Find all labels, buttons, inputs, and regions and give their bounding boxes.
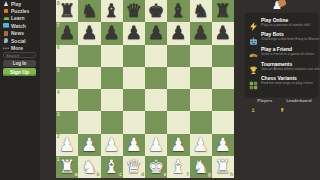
sidebar-item-label: Learn [11, 15, 25, 21]
piece-black-r: ♜ [212, 0, 234, 22]
piece-white-p: ♟ [101, 134, 123, 156]
square-a5[interactable]: 5 [56, 67, 78, 89]
piece-white-p: ♟ [167, 134, 189, 156]
option-subtitle: Play vs a person of similar skill [261, 23, 310, 27]
lightning-icon [249, 17, 258, 26]
square-g8[interactable]: ♞ [190, 0, 212, 22]
square-g7[interactable]: ♟ [190, 22, 212, 44]
square-d3[interactable] [123, 111, 145, 133]
sidebar-item-puzzles[interactable]: Puzzles [0, 7, 40, 14]
rank-label: 3 [57, 112, 60, 117]
square-g2[interactable]: ♟ [190, 134, 212, 156]
piece-white-p: ♟ [78, 134, 100, 156]
square-d1[interactable]: d♛ [123, 156, 145, 178]
sidebar-item-social[interactable]: Social [0, 37, 40, 44]
square-e8[interactable]: ♚ [145, 0, 167, 22]
piece-white-b: ♝ [167, 156, 189, 178]
piece-black-p: ♟ [123, 22, 145, 44]
square-d7[interactable]: ♟ [123, 22, 145, 44]
square-c8[interactable]: ♝ [101, 0, 123, 22]
piece-black-p: ♟ [78, 22, 100, 44]
square-f2[interactable]: ♟ [167, 134, 189, 156]
piece-black-b: ♝ [167, 0, 189, 22]
piece-white-p: ♟ [56, 134, 78, 156]
option-subtitle: Challenge a bot from Easy to Master [261, 37, 319, 41]
sidebar-item-news[interactable]: News [0, 30, 40, 37]
square-h8[interactable]: ♜ [212, 0, 234, 22]
square-c7[interactable]: ♟ [101, 22, 123, 44]
newspaper-icon [4, 31, 9, 36]
square-a6[interactable]: 6 [56, 45, 78, 67]
square-b4[interactable] [78, 89, 100, 111]
piece-white-p: ♟ [123, 134, 145, 156]
square-a8[interactable]: 8♜ [56, 0, 78, 22]
piece-white-b: ♝ [101, 156, 123, 178]
pawn-icon: ♟ [3, 1, 9, 7]
square-f4[interactable] [167, 89, 189, 111]
sidebar-item-more[interactable]: ••• More [0, 44, 40, 51]
square-f5[interactable] [167, 67, 189, 89]
square-a7[interactable]: 7♟ [56, 22, 78, 44]
square-b2[interactable]: ♟ [78, 134, 100, 156]
sidebar-item-label: Puzzles [11, 8, 29, 14]
play-options-panel: Play Online Play vs a person of similar … [245, 13, 318, 96]
puzzle-icon [4, 9, 9, 14]
search-input[interactable] [3, 52, 36, 58]
square-a3[interactable]: 3 [56, 111, 78, 133]
piece-black-p: ♟ [101, 22, 123, 44]
square-h5[interactable] [212, 67, 234, 89]
square-c6[interactable] [101, 45, 123, 67]
square-e7[interactable]: ♟ [145, 22, 167, 44]
person-icon [251, 98, 256, 103]
sidebar-item-label: News [11, 30, 24, 36]
square-f8[interactable]: ♝ [167, 0, 189, 22]
piece-black-p: ♟ [145, 22, 167, 44]
square-h1[interactable]: h♜ [212, 156, 234, 178]
sidebar-item-label: Watch [11, 23, 26, 29]
square-e1[interactable]: e♚ [145, 156, 167, 178]
piece-white-q: ♛ [123, 156, 145, 178]
piece-black-b: ♝ [101, 0, 123, 22]
sidebar-item-watch[interactable]: Watch [0, 22, 40, 29]
piece-black-n: ♞ [78, 0, 100, 22]
players-link[interactable]: Players [251, 98, 272, 103]
panel-footer-links: Players Leaderboard [245, 98, 318, 103]
leaderboard-link[interactable]: Leaderboard [280, 98, 311, 103]
option-subtitle: Invite a friend to a game of chess [261, 52, 314, 56]
piece-black-p: ♟ [167, 22, 189, 44]
robot-icon [249, 32, 258, 41]
square-a2[interactable]: 2♟ [56, 134, 78, 156]
piece-black-p: ♟ [212, 22, 234, 44]
play-bots-option[interactable]: Play Bots Challenge a bot from Easy to M… [249, 31, 315, 44]
sidebar-item-label: Social [11, 38, 26, 44]
square-h7[interactable]: ♟ [212, 22, 234, 44]
piece-white-n: ♞ [190, 156, 212, 178]
square-h3[interactable] [212, 111, 234, 133]
sidebar-item-label: Play [11, 1, 21, 7]
square-b8[interactable]: ♞ [78, 0, 100, 22]
square-b1[interactable]: b♞ [78, 156, 100, 178]
square-e2[interactable]: ♟ [145, 134, 167, 156]
square-c3[interactable] [101, 111, 123, 133]
rank-label: 4 [57, 90, 60, 95]
square-e3[interactable] [145, 111, 167, 133]
square-d8[interactable]: ♛ [123, 0, 145, 22]
sidebar-item-play[interactable]: ♟ Play [0, 0, 40, 7]
piece-white-k: ♚ [145, 156, 167, 178]
white-pawn-icon: ♟ [272, 0, 282, 12]
piece-white-p: ♟ [145, 134, 167, 156]
handshake-icon [249, 46, 258, 55]
variants-icon [249, 76, 258, 85]
login-button[interactable]: Log In [3, 60, 36, 67]
sidebar: ♟ Play Puzzles Learn Watch News Social •… [0, 0, 40, 180]
sidebar-item-learn[interactable]: Learn [0, 15, 40, 22]
square-a1[interactable]: 1a♜ [56, 156, 78, 178]
rank-label: 6 [57, 45, 60, 50]
square-e6[interactable] [145, 45, 167, 67]
square-a4[interactable]: 4 [56, 89, 78, 111]
ellipsis-icon: ••• [3, 45, 9, 51]
piece-white-r: ♜ [56, 156, 78, 178]
square-c2[interactable]: ♟ [101, 134, 123, 156]
square-f7[interactable]: ♟ [167, 22, 189, 44]
piece-black-r: ♜ [56, 0, 78, 22]
piece-white-p: ♟ [190, 134, 212, 156]
square-c5[interactable] [101, 67, 123, 89]
hand-holding-pawn-illustration: ♟ [268, 0, 292, 13]
option-subtitle: Join an Arena where anyone can win [261, 67, 320, 71]
square-d5[interactable] [123, 67, 145, 89]
sidebar-item-label: More [11, 45, 23, 51]
square-h6[interactable] [212, 45, 234, 67]
square-d2[interactable]: ♟ [123, 134, 145, 156]
piece-black-k: ♚ [145, 0, 167, 22]
square-b7[interactable]: ♟ [78, 22, 100, 44]
piece-white-p: ♟ [212, 134, 234, 156]
square-c4[interactable] [101, 89, 123, 111]
piece-white-n: ♞ [78, 156, 100, 178]
piece-black-n: ♞ [190, 0, 212, 22]
square-f1[interactable]: f♝ [167, 156, 189, 178]
square-b5[interactable] [78, 67, 100, 89]
play-a-friend-option[interactable]: Play a Friend Invite a friend to a game … [249, 46, 315, 59]
chess-board: 8♜♞♝♛♚♝♞♜7♟♟♟♟♟♟♟♟65432♟♟♟♟♟♟♟♟1a♜b♞c♝d♛… [56, 0, 234, 178]
square-g6[interactable] [190, 45, 212, 67]
trophy-icon [280, 98, 285, 103]
square-b6[interactable] [78, 45, 100, 67]
square-g5[interactable] [190, 67, 212, 89]
piece-white-r: ♜ [212, 156, 234, 178]
square-f6[interactable] [167, 45, 189, 67]
chess-variants-option[interactable]: Chess Variants Find fun new ways to play… [249, 75, 315, 88]
option-subtitle: Find fun new ways to play chess [261, 81, 313, 85]
square-g4[interactable] [190, 89, 212, 111]
square-d4[interactable] [123, 89, 145, 111]
square-c1[interactable]: c♝ [101, 156, 123, 178]
square-e5[interactable] [145, 67, 167, 89]
play-online-option[interactable]: Play Online Play vs a person of similar … [249, 17, 315, 30]
piece-black-q: ♛ [123, 0, 145, 22]
graduation-cap-icon [3, 17, 9, 20]
square-h2[interactable]: ♟ [212, 134, 234, 156]
trophy-icon [249, 61, 258, 70]
piece-black-p: ♟ [190, 22, 212, 44]
people-icon [4, 38, 9, 43]
tournaments-option[interactable]: Tournaments Join an Arena where anyone c… [249, 61, 315, 74]
square-b3[interactable] [78, 111, 100, 133]
square-d6[interactable] [123, 45, 145, 67]
square-g1[interactable]: g♞ [190, 156, 212, 178]
square-e4[interactable] [145, 89, 167, 111]
square-f3[interactable] [167, 111, 189, 133]
signup-button[interactable]: Sign Up [3, 68, 36, 76]
square-g3[interactable] [190, 111, 212, 133]
square-h4[interactable] [212, 89, 234, 111]
piece-black-p: ♟ [56, 22, 78, 44]
rank-label: 5 [57, 68, 60, 73]
tv-icon [3, 23, 9, 28]
